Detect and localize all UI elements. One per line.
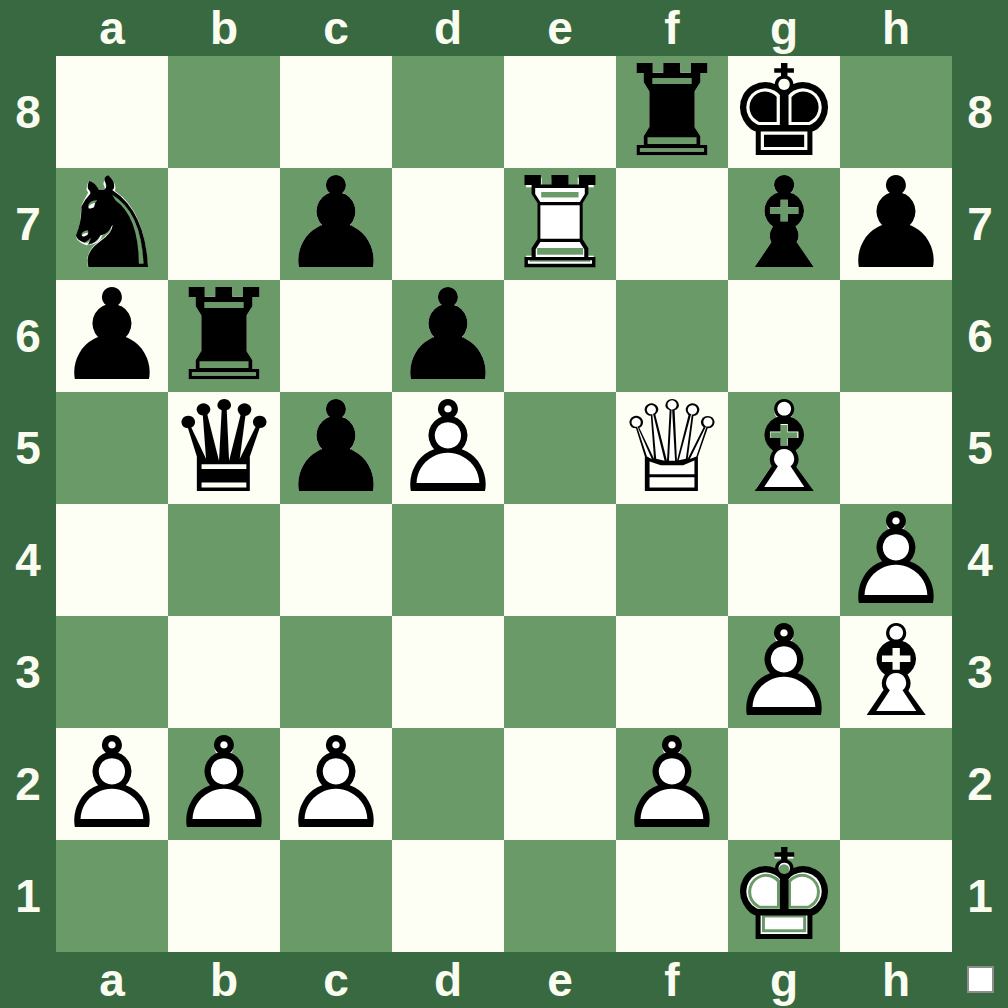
piece-underlay: ♕	[168, 392, 280, 504]
square-a5[interactable]	[56, 392, 168, 504]
square-f6[interactable]	[616, 280, 728, 392]
square-b3[interactable]	[168, 616, 280, 728]
square-g5[interactable]: ♝♗	[728, 392, 840, 504]
frame-corner-top-left	[0, 0, 56, 56]
square-c7[interactable]: ♙♟	[280, 168, 392, 280]
file-label-bottom-c: c	[280, 952, 392, 1008]
square-f3[interactable]	[616, 616, 728, 728]
square-h8[interactable]	[840, 56, 952, 168]
piece-white-pawn: ♙	[616, 728, 728, 840]
rank-label-left-8: 8	[0, 56, 56, 168]
piece-underlay: ♟	[395, 395, 501, 501]
square-d6[interactable]: ♙♟	[392, 280, 504, 392]
square-e4[interactable]	[504, 504, 616, 616]
piece-underlay: ♙	[840, 168, 952, 280]
square-f2[interactable]: ♟♙	[616, 728, 728, 840]
piece-black-pawn: ♟	[840, 168, 952, 280]
square-c6[interactable]	[280, 280, 392, 392]
piece-black-pawn: ♟	[280, 392, 392, 504]
piece-underlay: ♖	[168, 280, 280, 392]
file-label-top-f: f	[616, 0, 728, 56]
piece-black-king: ♚	[728, 56, 840, 168]
square-a6[interactable]: ♙♟	[56, 280, 168, 392]
rank-label-left-1: 1	[0, 840, 56, 952]
square-f1[interactable]	[616, 840, 728, 952]
piece-underlay: ♖	[616, 56, 728, 168]
piece-white-pawn: ♙	[168, 728, 280, 840]
piece-underlay: ♙	[280, 392, 392, 504]
piece-underlay: ♝	[731, 395, 837, 501]
piece-white-pawn: ♙	[728, 616, 840, 728]
rank-label-left-3: 3	[0, 616, 56, 728]
file-label-bottom-f: f	[616, 952, 728, 1008]
square-h7[interactable]: ♙♟	[840, 168, 952, 280]
square-h3[interactable]: ♝♗	[840, 616, 952, 728]
file-label-top-c: c	[280, 0, 392, 56]
chess-board-frame: abcdefgh8♖♜♔♚87♘♞♙♟♜♖♗♝♙♟76♙♟♖♜♙♟65♕♛♙♟♟…	[0, 0, 1008, 1008]
piece-underlay: ♙	[280, 168, 392, 280]
square-c2[interactable]: ♟♙	[280, 728, 392, 840]
rank-label-right-1: 1	[952, 840, 1008, 952]
square-e1[interactable]	[504, 840, 616, 952]
square-d2[interactable]	[392, 728, 504, 840]
file-label-top-e: e	[504, 0, 616, 56]
square-f8[interactable]: ♖♜	[616, 56, 728, 168]
rank-label-left-6: 6	[0, 280, 56, 392]
file-label-top-a: a	[56, 0, 168, 56]
piece-underlay: ♗	[728, 168, 840, 280]
square-b4[interactable]	[168, 504, 280, 616]
square-a8[interactable]	[56, 56, 168, 168]
file-label-top-g: g	[728, 0, 840, 56]
piece-white-queen: ♕	[616, 392, 728, 504]
square-c8[interactable]	[280, 56, 392, 168]
piece-underlay: ♟	[619, 731, 725, 837]
square-e3[interactable]	[504, 616, 616, 728]
square-f7[interactable]	[616, 168, 728, 280]
rank-label-right-4: 4	[952, 504, 1008, 616]
rank-label-left-5: 5	[0, 392, 56, 504]
piece-underlay: ♚	[731, 843, 837, 949]
square-e7[interactable]: ♜♖	[504, 168, 616, 280]
square-h6[interactable]	[840, 280, 952, 392]
square-h4[interactable]: ♟♙	[840, 504, 952, 616]
piece-black-pawn: ♟	[392, 280, 504, 392]
square-d4[interactable]	[392, 504, 504, 616]
rank-label-right-7: 7	[952, 168, 1008, 280]
square-b8[interactable]	[168, 56, 280, 168]
square-e8[interactable]	[504, 56, 616, 168]
piece-black-pawn: ♟	[56, 280, 168, 392]
piece-black-queen: ♛	[168, 392, 280, 504]
square-d3[interactable]	[392, 616, 504, 728]
square-g6[interactable]	[728, 280, 840, 392]
square-e5[interactable]	[504, 392, 616, 504]
square-b7[interactable]	[168, 168, 280, 280]
square-d1[interactable]	[392, 840, 504, 952]
square-g2[interactable]	[728, 728, 840, 840]
square-d8[interactable]	[392, 56, 504, 168]
rank-label-right-2: 2	[952, 728, 1008, 840]
piece-underlay: ♟	[731, 619, 837, 725]
piece-white-bishop: ♗	[728, 392, 840, 504]
square-h5[interactable]	[840, 392, 952, 504]
piece-underlay: ♜	[507, 171, 613, 277]
piece-white-king: ♔	[728, 840, 840, 952]
square-g7[interactable]: ♗♝	[728, 168, 840, 280]
piece-black-knight: ♞	[56, 168, 168, 280]
square-d5[interactable]: ♟♙	[392, 392, 504, 504]
piece-underlay: ♛	[619, 395, 725, 501]
square-g8[interactable]: ♔♚	[728, 56, 840, 168]
square-a2[interactable]: ♟♙	[56, 728, 168, 840]
square-f5[interactable]: ♛♕	[616, 392, 728, 504]
square-a1[interactable]	[56, 840, 168, 952]
file-label-bottom-a: a	[56, 952, 168, 1008]
piece-black-rook: ♜	[168, 280, 280, 392]
square-h2[interactable]	[840, 728, 952, 840]
piece-underlay: ♔	[728, 56, 840, 168]
corner-marker-square	[967, 966, 994, 993]
file-label-top-d: d	[392, 0, 504, 56]
piece-white-pawn: ♙	[56, 728, 168, 840]
square-c1[interactable]	[280, 840, 392, 952]
square-b6[interactable]: ♖♜	[168, 280, 280, 392]
square-h1[interactable]	[840, 840, 952, 952]
file-label-bottom-d: d	[392, 952, 504, 1008]
piece-white-pawn: ♙	[392, 392, 504, 504]
square-a3[interactable]	[56, 616, 168, 728]
file-label-top-h: h	[840, 0, 952, 56]
square-a4[interactable]	[56, 504, 168, 616]
rank-label-right-3: 3	[952, 616, 1008, 728]
piece-underlay: ♘	[56, 168, 168, 280]
file-label-bottom-b: b	[168, 952, 280, 1008]
square-b1[interactable]	[168, 840, 280, 952]
square-g1[interactable]: ♚♔	[728, 840, 840, 952]
square-b2[interactable]: ♟♙	[168, 728, 280, 840]
rank-label-left-2: 2	[0, 728, 56, 840]
rank-label-right-8: 8	[952, 56, 1008, 168]
piece-white-pawn: ♙	[280, 728, 392, 840]
square-g3[interactable]: ♟♙	[728, 616, 840, 728]
square-e6[interactable]	[504, 280, 616, 392]
file-label-top-b: b	[168, 0, 280, 56]
square-b5[interactable]: ♕♛	[168, 392, 280, 504]
square-d7[interactable]	[392, 168, 504, 280]
square-c4[interactable]	[280, 504, 392, 616]
file-label-bottom-e: e	[504, 952, 616, 1008]
square-a7[interactable]: ♘♞	[56, 168, 168, 280]
piece-underlay: ♟	[59, 731, 165, 837]
square-g4[interactable]	[728, 504, 840, 616]
square-c5[interactable]: ♙♟	[280, 392, 392, 504]
piece-underlay: ♟	[283, 731, 389, 837]
square-e2[interactable]	[504, 728, 616, 840]
file-label-bottom-h: h	[840, 952, 952, 1008]
piece-black-pawn: ♟	[280, 168, 392, 280]
square-f4[interactable]	[616, 504, 728, 616]
piece-white-rook: ♖	[504, 168, 616, 280]
square-c3[interactable]	[280, 616, 392, 728]
frame-corner-top-right	[952, 0, 1008, 56]
piece-white-pawn: ♙	[840, 504, 952, 616]
piece-white-bishop: ♗	[840, 616, 952, 728]
piece-underlay: ♙	[392, 280, 504, 392]
piece-underlay: ♙	[56, 280, 168, 392]
piece-underlay: ♟	[843, 507, 949, 613]
rank-label-right-6: 6	[952, 280, 1008, 392]
piece-black-rook: ♜	[616, 56, 728, 168]
piece-underlay: ♝	[843, 619, 949, 725]
rank-label-left-4: 4	[0, 504, 56, 616]
piece-underlay: ♟	[171, 731, 277, 837]
rank-label-left-7: 7	[0, 168, 56, 280]
rank-label-right-5: 5	[952, 392, 1008, 504]
frame-corner-bottom-left	[0, 952, 56, 1008]
file-label-bottom-g: g	[728, 952, 840, 1008]
piece-black-bishop: ♝	[728, 168, 840, 280]
